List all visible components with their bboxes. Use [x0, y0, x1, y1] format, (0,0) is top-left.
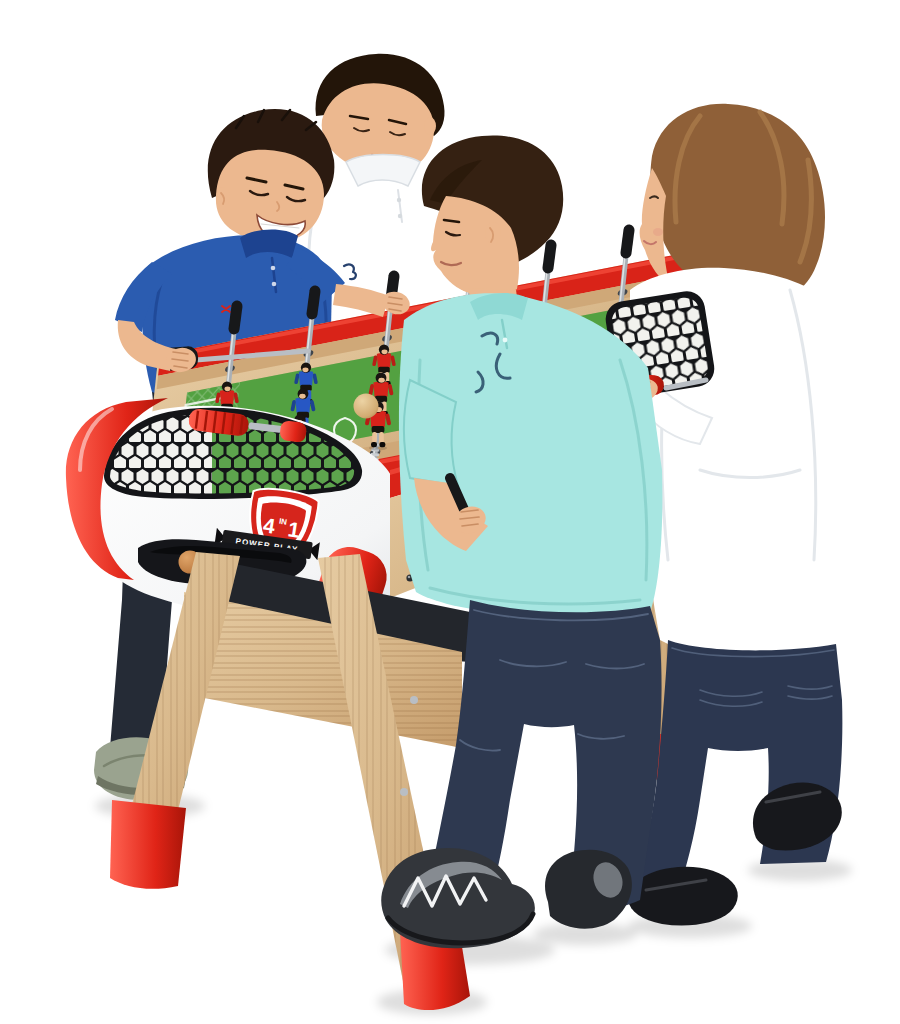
foosball-scene: 4 IN 1 POWER PLAY — [0, 0, 900, 1024]
child-girl — [628, 104, 865, 926]
logo-in: IN — [278, 517, 288, 527]
front-red-foot — [110, 800, 186, 889]
wood-ball — [354, 394, 379, 419]
product-photo: 4 IN 1 POWER PLAY — [0, 0, 900, 1024]
girl-jeans — [636, 640, 842, 893]
